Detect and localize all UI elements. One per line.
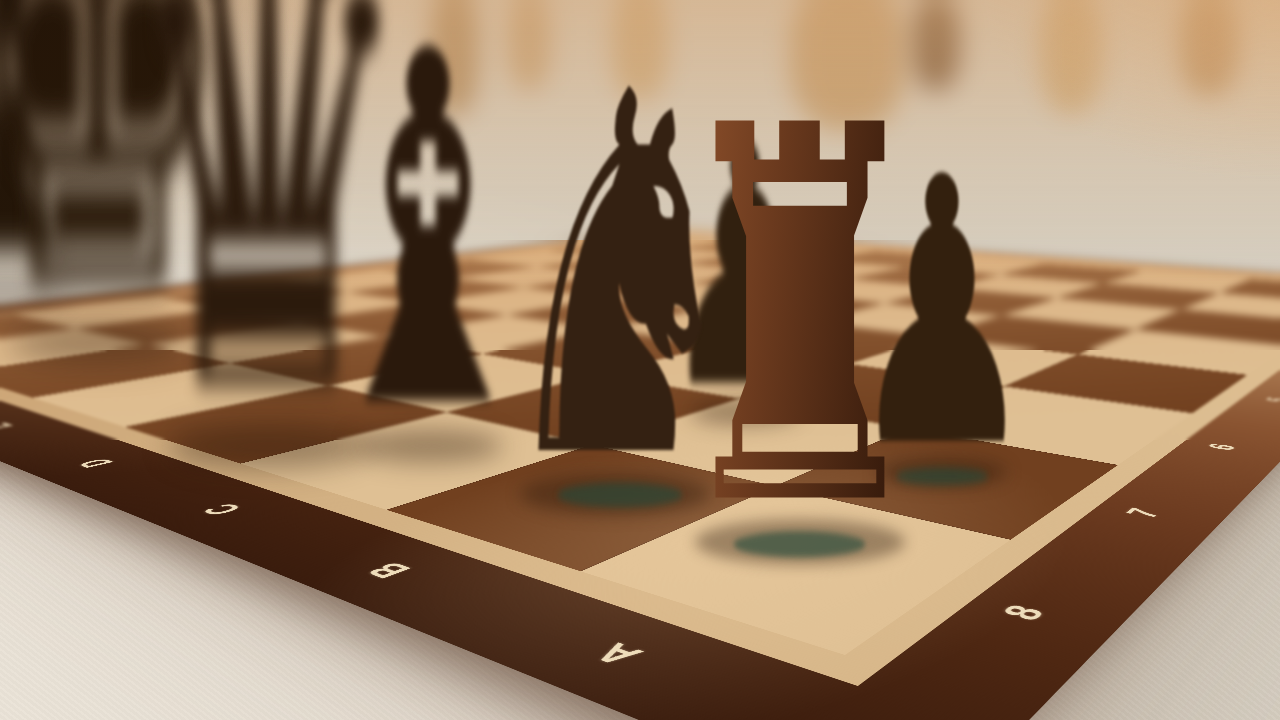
rook-glyph: ♜ <box>666 62 935 578</box>
far-piece-blur-7 <box>1180 0 1238 95</box>
chess-photo-scene: ABCDEFGH12345678 ♝♚♟♛♝♟♞♜ <box>0 0 1280 720</box>
piece-black-rook-a8: ♜ <box>666 36 935 552</box>
far-piece-blur-6 <box>1040 0 1102 113</box>
